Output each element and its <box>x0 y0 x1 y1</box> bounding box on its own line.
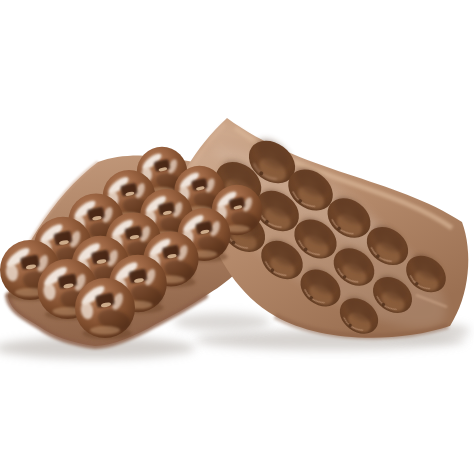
table-shadow <box>174 313 270 331</box>
scene-svg <box>0 0 474 474</box>
chocolate-dome <box>75 278 135 338</box>
chocolate-mold-product-photo <box>0 0 474 474</box>
